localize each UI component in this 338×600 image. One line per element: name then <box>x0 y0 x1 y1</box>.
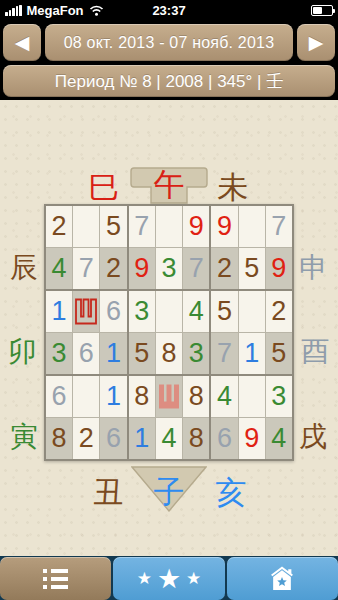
clock: 23:37 <box>0 3 338 18</box>
status-bar: MegaFon 23:37 <box>0 0 338 20</box>
star-base: 4 <box>156 418 182 459</box>
star-water: 1 <box>100 376 126 417</box>
star-annual: 5 <box>129 333 155 374</box>
marker-cell <box>73 291 99 332</box>
left-arrow-icon: ◀ <box>15 31 30 54</box>
palace-center: 3 4 5 8 3 <box>129 291 210 374</box>
star-water: 4 <box>183 291 209 332</box>
bottom-toolbar: ★★★ <box>0 556 338 600</box>
palace-sw: 9 7 2 5 9 <box>211 206 292 289</box>
home-star-icon <box>268 566 296 591</box>
stars-button[interactable]: ★★★ <box>113 557 224 600</box>
battery-icon <box>311 5 333 16</box>
chart-area: 巳 午 未 辰 卯 寅 申 酉 戌 丑 子 亥 2 5 4 7 2 7 9 9 <box>0 100 338 556</box>
star-base: 1 <box>239 333 265 374</box>
app-screen: MegaFon 23:37 ◀ 08 окт. 2013 - 07 нояб. … <box>0 0 338 600</box>
palace-s: 7 9 9 3 7 <box>129 206 210 289</box>
list-icon <box>43 569 68 589</box>
star-month: 3 <box>183 333 209 374</box>
empty-cell <box>156 291 182 332</box>
empty-cell <box>73 206 99 247</box>
star-water: 6 <box>100 291 126 332</box>
palace-w: 5 2 7 1 5 <box>211 291 292 374</box>
star-annual: 1 <box>129 418 155 459</box>
branch-si: 巳 <box>89 172 120 203</box>
branch-zi: 子 <box>154 476 185 507</box>
star-mountain: 2 <box>46 206 72 247</box>
palace-e: 1 6 3 6 1 <box>46 291 127 374</box>
shan-outline-icon <box>74 298 98 325</box>
date-range-field[interactable]: 08 окт. 2013 - 07 нояб. 2013 <box>45 24 293 61</box>
right-arrow-icon: ▶ <box>309 31 324 54</box>
branch-yin: 寅 <box>10 423 38 451</box>
star-month: 6 <box>100 418 126 459</box>
branch-xu: 戌 <box>299 423 327 451</box>
star-annual: 3 <box>46 333 72 374</box>
star-mountain: 8 <box>129 376 155 417</box>
star-mountain: 7 <box>129 206 155 247</box>
star-water: 5 <box>100 206 126 247</box>
palace-nw: 4 3 6 9 4 <box>211 376 292 459</box>
empty-cell <box>239 206 265 247</box>
branch-hai: 亥 <box>216 477 247 508</box>
star-mountain: 6 <box>46 376 72 417</box>
star-base: 2 <box>73 418 99 459</box>
three-stars-icon: ★★★ <box>137 563 202 595</box>
star-annual: 7 <box>211 333 237 374</box>
star-water: 9 <box>183 206 209 247</box>
star-mountain: 3 <box>129 291 155 332</box>
star-water: 8 <box>183 376 209 417</box>
navigation-bar: ◀ 08 окт. 2013 - 07 нояб. 2013 ▶ Период … <box>0 20 338 100</box>
star-annual: 9 <box>129 248 155 289</box>
star-month: 2 <box>100 248 126 289</box>
star-mountain: 4 <box>211 376 237 417</box>
star-water: 2 <box>266 291 292 332</box>
home-button[interactable] <box>227 557 338 600</box>
branch-chou: 丑 <box>93 477 124 508</box>
star-water: 3 <box>266 376 292 417</box>
empty-cell <box>239 291 265 332</box>
shan-solid-icon <box>157 383 181 410</box>
star-base: 6 <box>73 333 99 374</box>
marker-cell <box>156 376 182 417</box>
star-base: 8 <box>156 333 182 374</box>
palace-se: 2 5 4 7 2 <box>46 206 127 289</box>
next-period-button[interactable]: ▶ <box>297 24 335 61</box>
star-month: 4 <box>266 418 292 459</box>
empty-cell <box>156 206 182 247</box>
branch-you: 酉 <box>301 338 329 366</box>
star-water: 7 <box>266 206 292 247</box>
branch-chen: 辰 <box>10 254 38 282</box>
empty-cell <box>73 376 99 417</box>
star-base: 7 <box>73 248 99 289</box>
flying-star-board: 2 5 4 7 2 7 9 9 3 7 9 7 2 5 9 <box>44 204 294 461</box>
star-month: 9 <box>266 248 292 289</box>
list-button[interactable] <box>0 557 111 600</box>
date-range-label: 08 окт. 2013 - 07 нояб. 2013 <box>64 34 274 52</box>
period-info-label: Период № 8 | 2008 | 345° | 壬 <box>55 70 283 93</box>
star-month: 7 <box>183 248 209 289</box>
star-mountain: 1 <box>46 291 72 332</box>
palace-n: 8 8 1 4 8 <box>129 376 210 459</box>
star-annual: 8 <box>46 418 72 459</box>
palace-ne: 6 1 8 2 6 <box>46 376 127 459</box>
star-month: 5 <box>266 333 292 374</box>
star-annual: 2 <box>211 248 237 289</box>
branch-mao: 卯 <box>8 338 36 366</box>
branch-wei: 未 <box>218 172 249 203</box>
star-base: 5 <box>239 248 265 289</box>
prev-period-button[interactable]: ◀ <box>3 24 41 61</box>
star-mountain: 9 <box>211 206 237 247</box>
branch-wu: 午 <box>154 169 185 200</box>
star-annual: 6 <box>211 418 237 459</box>
star-base: 3 <box>156 248 182 289</box>
star-mountain: 5 <box>211 291 237 332</box>
empty-cell <box>239 376 265 417</box>
star-annual: 4 <box>46 248 72 289</box>
period-info-bar[interactable]: Период № 8 | 2008 | 345° | 壬 <box>3 65 335 97</box>
star-month: 8 <box>183 418 209 459</box>
branch-shen: 申 <box>299 254 327 282</box>
star-base: 9 <box>239 418 265 459</box>
star-month: 1 <box>100 333 126 374</box>
